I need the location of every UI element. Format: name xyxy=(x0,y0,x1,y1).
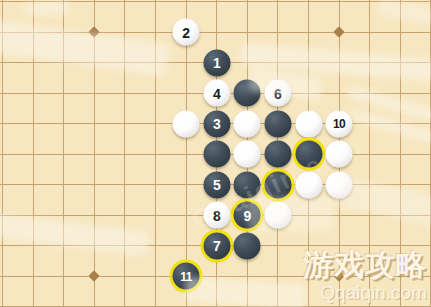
stone-black-move-11[interactable]: 11 xyxy=(173,263,200,290)
stone-black[interactable] xyxy=(234,232,261,259)
stone-move-number: 1 xyxy=(213,56,221,70)
grid-line-horizontal xyxy=(0,32,431,33)
stone-move-number: 11 xyxy=(180,270,192,282)
stone-white[interactable] xyxy=(326,171,353,198)
stone-move-number: 8 xyxy=(213,208,221,222)
stone-black[interactable] xyxy=(203,141,230,168)
stone-black-move-1[interactable]: 1 xyxy=(203,49,230,76)
stone-white[interactable] xyxy=(264,202,291,229)
star-point xyxy=(89,26,100,37)
grid-line-horizontal xyxy=(0,1,431,2)
stone-black[interactable] xyxy=(264,110,291,137)
stone-black[interactable] xyxy=(295,141,322,168)
stone-white[interactable] xyxy=(173,110,200,137)
stone-black[interactable] xyxy=(234,171,261,198)
stone-move-number: 3 xyxy=(213,117,221,131)
stone-white-move-6[interactable]: 6 xyxy=(264,80,291,107)
stone-white[interactable] xyxy=(326,141,353,168)
screen: 2146310589711 Qqaiqin.com 游戏攻略 Qqaiqin.c… xyxy=(0,0,431,307)
stone-move-number: 9 xyxy=(244,208,252,222)
star-point xyxy=(333,270,344,281)
stone-white[interactable] xyxy=(295,110,322,137)
stone-black[interactable] xyxy=(264,171,291,198)
stone-black-move-9[interactable]: 9 xyxy=(234,202,261,229)
stone-white[interactable] xyxy=(234,110,261,137)
stone-black-move-5[interactable]: 5 xyxy=(203,171,230,198)
stone-white[interactable] xyxy=(295,171,322,198)
stone-white-move-4[interactable]: 4 xyxy=(203,80,230,107)
gomoku-board[interactable]: 2146310589711 xyxy=(0,0,431,307)
grid-line-horizontal xyxy=(0,276,431,277)
stone-white-move-2[interactable]: 2 xyxy=(173,19,200,46)
star-point xyxy=(333,26,344,37)
stone-white-move-10[interactable]: 10 xyxy=(326,110,353,137)
stone-black[interactable] xyxy=(264,141,291,168)
stone-move-number: 6 xyxy=(274,86,282,100)
stone-black-move-7[interactable]: 7 xyxy=(203,232,230,259)
stone-white[interactable] xyxy=(234,141,261,168)
stone-white-move-8[interactable]: 8 xyxy=(203,202,230,229)
stone-move-number: 4 xyxy=(213,86,221,100)
stone-move-number: 2 xyxy=(182,25,190,39)
stone-move-number: 10 xyxy=(333,118,345,130)
stone-black[interactable] xyxy=(234,80,261,107)
stone-move-number: 7 xyxy=(213,239,221,253)
stone-move-number: 5 xyxy=(213,178,221,192)
stone-black-move-3[interactable]: 3 xyxy=(203,110,230,137)
star-point xyxy=(89,270,100,281)
